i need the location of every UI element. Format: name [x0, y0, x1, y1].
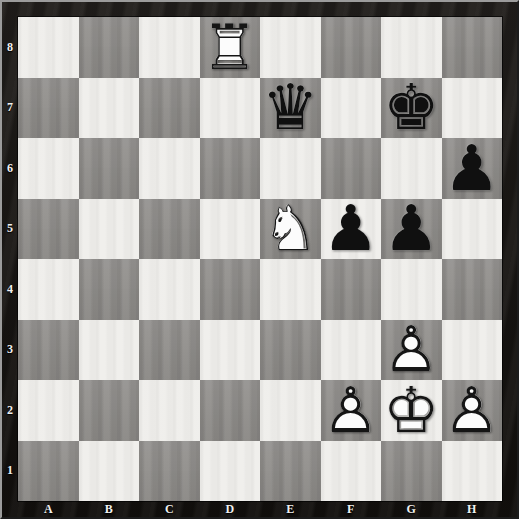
square-e5[interactable]: ♞♘: [260, 199, 321, 260]
file-label-a: A: [18, 501, 79, 517]
black-king-glyph: ♚: [381, 78, 442, 139]
square-h3[interactable]: [442, 320, 503, 381]
black-pawn-f5[interactable]: ♟: [321, 199, 382, 260]
rank-label-5: 5: [2, 199, 18, 260]
square-b3[interactable]: [79, 320, 140, 381]
square-h8[interactable]: [442, 17, 503, 78]
black-pawn-glyph: ♟: [442, 138, 503, 199]
black-pawn-g5[interactable]: ♟: [381, 199, 442, 260]
white-pawn-f2[interactable]: ♟♙: [321, 380, 382, 441]
square-h2[interactable]: ♟♙: [442, 380, 503, 441]
square-a3[interactable]: [18, 320, 79, 381]
square-d2[interactable]: [200, 380, 261, 441]
square-h5[interactable]: [442, 199, 503, 260]
file-label-g: G: [381, 501, 442, 517]
square-b8[interactable]: [79, 17, 140, 78]
black-king-g7[interactable]: ♚: [381, 78, 442, 139]
white-knight-glyph: ♞: [260, 199, 321, 260]
rank-label-6: 6: [2, 138, 18, 199]
rank-label-4: 4: [2, 259, 18, 320]
white-rook-outline: ♖: [200, 17, 261, 78]
square-b7[interactable]: [79, 78, 140, 139]
square-d3[interactable]: [200, 320, 261, 381]
file-label-c: C: [139, 501, 200, 517]
square-g7[interactable]: ♚: [381, 78, 442, 139]
square-g2[interactable]: ♚♔: [381, 380, 442, 441]
square-e6[interactable]: [260, 138, 321, 199]
square-h4[interactable]: [442, 259, 503, 320]
square-e4[interactable]: [260, 259, 321, 320]
file-label-h: H: [442, 501, 503, 517]
white-pawn-outline: ♙: [321, 380, 382, 441]
square-c1[interactable]: [139, 441, 200, 502]
square-e3[interactable]: [260, 320, 321, 381]
square-a5[interactable]: [18, 199, 79, 260]
file-label-b: B: [79, 501, 140, 517]
square-b4[interactable]: [79, 259, 140, 320]
chessboard-frame: 87654321 ABCDEFGH ♜♖♛♚♟♞♘♟♟♟♙♟♙♚♔♟♙: [0, 0, 519, 519]
file-label-d: D: [200, 501, 261, 517]
rank-label-1: 1: [2, 441, 18, 502]
square-g5[interactable]: ♟: [381, 199, 442, 260]
square-g8[interactable]: [381, 17, 442, 78]
white-pawn-glyph: ♟: [321, 380, 382, 441]
square-f7[interactable]: [321, 78, 382, 139]
white-rook-d8[interactable]: ♜♖: [200, 17, 261, 78]
square-e7[interactable]: ♛: [260, 78, 321, 139]
square-g4[interactable]: [381, 259, 442, 320]
white-king-g2[interactable]: ♚♔: [381, 380, 442, 441]
white-knight-outline: ♘: [260, 199, 321, 260]
square-a7[interactable]: [18, 78, 79, 139]
square-f1[interactable]: [321, 441, 382, 502]
square-b6[interactable]: [79, 138, 140, 199]
square-a2[interactable]: [18, 380, 79, 441]
white-rook-glyph: ♜: [200, 17, 261, 78]
square-d7[interactable]: [200, 78, 261, 139]
board: ♜♖♛♚♟♞♘♟♟♟♙♟♙♚♔♟♙: [18, 17, 502, 501]
square-c5[interactable]: [139, 199, 200, 260]
square-h1[interactable]: [442, 441, 503, 502]
square-d5[interactable]: [200, 199, 261, 260]
file-labels: ABCDEFGH: [18, 501, 502, 517]
white-pawn-outline: ♙: [381, 320, 442, 381]
square-d1[interactable]: [200, 441, 261, 502]
file-label-e: E: [260, 501, 321, 517]
file-label-f: F: [321, 501, 382, 517]
white-pawn-outline: ♙: [442, 380, 503, 441]
black-queen-glyph: ♛: [260, 78, 321, 139]
square-b5[interactable]: [79, 199, 140, 260]
rank-label-7: 7: [2, 78, 18, 139]
square-f8[interactable]: [321, 17, 382, 78]
square-f5[interactable]: ♟: [321, 199, 382, 260]
square-c4[interactable]: [139, 259, 200, 320]
square-b2[interactable]: [79, 380, 140, 441]
square-c7[interactable]: [139, 78, 200, 139]
square-c6[interactable]: [139, 138, 200, 199]
square-c3[interactable]: [139, 320, 200, 381]
square-c8[interactable]: [139, 17, 200, 78]
square-a4[interactable]: [18, 259, 79, 320]
square-h7[interactable]: [442, 78, 503, 139]
square-d4[interactable]: [200, 259, 261, 320]
rank-label-2: 2: [2, 380, 18, 441]
rank-label-8: 8: [2, 17, 18, 78]
square-g1[interactable]: [381, 441, 442, 502]
square-a6[interactable]: [18, 138, 79, 199]
black-queen-e7[interactable]: ♛: [260, 78, 321, 139]
white-pawn-g3[interactable]: ♟♙: [381, 320, 442, 381]
square-f2[interactable]: ♟♙: [321, 380, 382, 441]
square-e1[interactable]: [260, 441, 321, 502]
square-a1[interactable]: [18, 441, 79, 502]
white-knight-e5[interactable]: ♞♘: [260, 199, 321, 260]
square-h6[interactable]: ♟: [442, 138, 503, 199]
rank-label-3: 3: [2, 320, 18, 381]
white-pawn-glyph: ♟: [442, 380, 503, 441]
square-f3[interactable]: [321, 320, 382, 381]
square-g3[interactable]: ♟♙: [381, 320, 442, 381]
black-pawn-glyph: ♟: [321, 199, 382, 260]
square-f6[interactable]: [321, 138, 382, 199]
square-g6[interactable]: [381, 138, 442, 199]
square-b1[interactable]: [79, 441, 140, 502]
square-f4[interactable]: [321, 259, 382, 320]
white-pawn-glyph: ♟: [381, 320, 442, 381]
square-d8[interactable]: ♜♖: [200, 17, 261, 78]
white-king-outline: ♔: [381, 380, 442, 441]
black-pawn-h6[interactable]: ♟: [442, 138, 503, 199]
black-pawn-glyph: ♟: [381, 199, 442, 260]
white-pawn-h2[interactable]: ♟♙: [442, 380, 503, 441]
square-e2[interactable]: [260, 380, 321, 441]
square-a8[interactable]: [18, 17, 79, 78]
square-e8[interactable]: [260, 17, 321, 78]
square-d6[interactable]: [200, 138, 261, 199]
square-c2[interactable]: [139, 380, 200, 441]
rank-labels: 87654321: [2, 17, 18, 501]
white-king-glyph: ♚: [381, 380, 442, 441]
